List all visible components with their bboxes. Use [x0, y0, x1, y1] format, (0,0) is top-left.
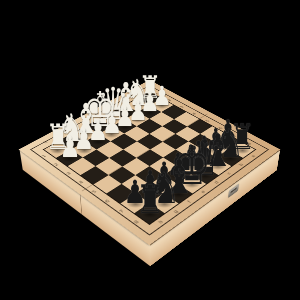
- piece-black-rook[interactable]: ♜: [136, 180, 164, 219]
- pieces-layer: ♜♞♝♚♛♝♞♜♟♟♟♟♟♟♟♟♟♟♟♟♟♟♟♟♜♞♝♚♛♝♞♜: [0, 0, 300, 300]
- product-photo-stage: hhggffeeddccbbaa1122334455667788 ♜♞♝♚♛♝♞…: [0, 0, 300, 300]
- piece-white-pawn[interactable]: ♟: [59, 133, 80, 162]
